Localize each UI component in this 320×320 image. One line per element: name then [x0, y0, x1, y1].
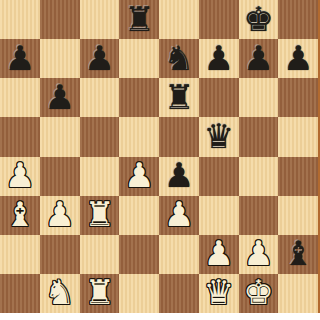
square-g4[interactable] [239, 157, 279, 196]
square-c5[interactable] [80, 117, 120, 156]
square-e2[interactable] [159, 235, 199, 274]
square-f8[interactable] [199, 0, 239, 39]
square-a6[interactable] [0, 78, 40, 117]
square-b3[interactable]: ♟ [40, 196, 80, 235]
square-c7[interactable]: ♟ [80, 39, 120, 78]
chess-board: ♜♚♟♟♞♟♟♟♟♜♛♟♟♟♝♟♜♟♟♟♝♞♜♛♚ [0, 0, 320, 313]
square-d7[interactable] [119, 39, 159, 78]
square-e1[interactable] [159, 274, 199, 313]
square-g5[interactable] [239, 117, 279, 156]
square-a7[interactable]: ♟ [0, 39, 40, 78]
black-pawn-c7: ♟ [84, 41, 114, 75]
square-b4[interactable] [40, 157, 80, 196]
square-h8[interactable] [278, 0, 318, 39]
square-g7[interactable]: ♟ [239, 39, 279, 78]
square-d8[interactable]: ♜ [119, 0, 159, 39]
white-pawn-f2: ♟ [203, 236, 233, 270]
square-f3[interactable] [199, 196, 239, 235]
black-pawn-b6: ♟ [44, 80, 74, 114]
square-e8[interactable] [159, 0, 199, 39]
square-c6[interactable] [80, 78, 120, 117]
chess-diagram-page: ♜♚♟♟♞♟♟♟♟♜♛♟♟♟♝♟♜♟♟♟♝♞♜♛♚ [0, 0, 320, 320]
square-h4[interactable] [278, 157, 318, 196]
square-h1[interactable] [278, 274, 318, 313]
square-b7[interactable] [40, 39, 80, 78]
black-pawn-a7: ♟ [5, 41, 35, 75]
square-h5[interactable] [278, 117, 318, 156]
square-c1[interactable]: ♜ [80, 274, 120, 313]
square-e7[interactable]: ♞ [159, 39, 199, 78]
square-e3[interactable]: ♟ [159, 196, 199, 235]
square-f2[interactable]: ♟ [199, 235, 239, 274]
white-knight-b1: ♞ [44, 275, 74, 309]
white-pawn-b3: ♟ [44, 197, 74, 231]
square-d5[interactable] [119, 117, 159, 156]
square-d3[interactable] [119, 196, 159, 235]
square-e6[interactable]: ♜ [159, 78, 199, 117]
black-king-g8: ♚ [243, 2, 273, 36]
square-d2[interactable] [119, 235, 159, 274]
square-b6[interactable]: ♟ [40, 78, 80, 117]
white-pawn-a4: ♟ [5, 158, 35, 192]
square-f6[interactable] [199, 78, 239, 117]
square-a1[interactable] [0, 274, 40, 313]
white-pawn-g2: ♟ [243, 236, 273, 270]
square-f1[interactable]: ♛ [199, 274, 239, 313]
square-b1[interactable]: ♞ [40, 274, 80, 313]
square-b8[interactable] [40, 0, 80, 39]
square-g8[interactable]: ♚ [239, 0, 279, 39]
square-a5[interactable] [0, 117, 40, 156]
white-pawn-e3: ♟ [164, 197, 194, 231]
white-queen-f1: ♛ [203, 275, 233, 309]
square-b5[interactable] [40, 117, 80, 156]
square-h6[interactable] [278, 78, 318, 117]
black-rook-d8: ♜ [124, 2, 154, 36]
square-b2[interactable] [40, 235, 80, 274]
black-pawn-g7: ♟ [243, 41, 273, 75]
square-f7[interactable]: ♟ [199, 39, 239, 78]
black-rook-e6: ♜ [164, 80, 194, 114]
square-e5[interactable] [159, 117, 199, 156]
square-f4[interactable] [199, 157, 239, 196]
black-pawn-e4: ♟ [164, 158, 194, 192]
white-rook-c1: ♜ [84, 275, 114, 309]
square-h7[interactable]: ♟ [278, 39, 318, 78]
white-pawn-d4: ♟ [124, 158, 154, 192]
square-c8[interactable] [80, 0, 120, 39]
white-king-g1: ♚ [243, 275, 273, 309]
square-g6[interactable] [239, 78, 279, 117]
black-pawn-f7: ♟ [203, 41, 233, 75]
square-f5[interactable]: ♛ [199, 117, 239, 156]
square-a3[interactable]: ♝ [0, 196, 40, 235]
square-a2[interactable] [0, 235, 40, 274]
black-knight-e7: ♞ [164, 41, 194, 75]
white-rook-c3: ♜ [84, 197, 114, 231]
square-a4[interactable]: ♟ [0, 157, 40, 196]
square-h3[interactable] [278, 196, 318, 235]
bottom-margin [0, 313, 320, 320]
square-g1[interactable]: ♚ [239, 274, 279, 313]
square-g2[interactable]: ♟ [239, 235, 279, 274]
black-bishop-h2: ♝ [283, 236, 313, 270]
square-e4[interactable]: ♟ [159, 157, 199, 196]
square-h2[interactable]: ♝ [278, 235, 318, 274]
white-bishop-a3: ♝ [5, 197, 35, 231]
square-d6[interactable] [119, 78, 159, 117]
square-g3[interactable] [239, 196, 279, 235]
square-d1[interactable] [119, 274, 159, 313]
black-queen-f5: ♛ [203, 119, 233, 153]
square-c2[interactable] [80, 235, 120, 274]
square-a8[interactable] [0, 0, 40, 39]
black-pawn-h7: ♟ [283, 41, 313, 75]
square-c3[interactable]: ♜ [80, 196, 120, 235]
square-d4[interactable]: ♟ [119, 157, 159, 196]
square-c4[interactable] [80, 157, 120, 196]
